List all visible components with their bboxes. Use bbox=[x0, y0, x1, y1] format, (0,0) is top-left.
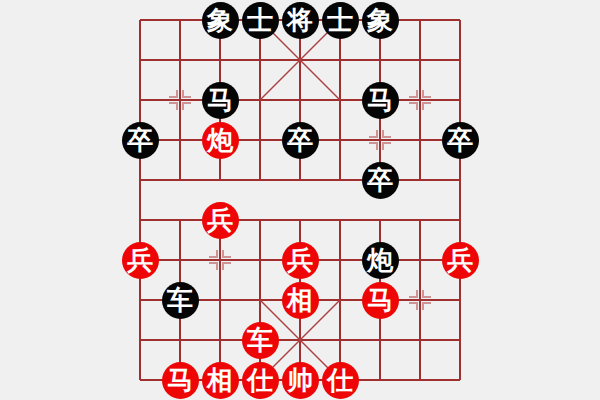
piece-black-advisor[interactable]: 士 bbox=[242, 2, 279, 39]
piece-black-horse[interactable]: 马 bbox=[202, 82, 239, 119]
piece-red-horse[interactable]: 马 bbox=[362, 282, 399, 319]
piece-black-soldier[interactable]: 卒 bbox=[282, 122, 319, 159]
piece-black-advisor[interactable]: 士 bbox=[322, 2, 359, 39]
piece-black-soldier[interactable]: 卒 bbox=[362, 162, 399, 199]
piece-red-elephant[interactable]: 相 bbox=[282, 282, 319, 319]
piece-red-cannon[interactable]: 炮 bbox=[202, 122, 239, 159]
xiangqi-board[interactable]: 象士将士象马马卒炮卒卒卒兵兵兵炮兵车相马车马相仕帅仕 bbox=[0, 0, 600, 400]
piece-red-soldier[interactable]: 兵 bbox=[442, 242, 479, 279]
piece-red-soldier[interactable]: 兵 bbox=[282, 242, 319, 279]
piece-red-chariot[interactable]: 车 bbox=[242, 322, 279, 359]
piece-black-elephant[interactable]: 象 bbox=[202, 2, 239, 39]
piece-red-soldier[interactable]: 兵 bbox=[122, 242, 159, 279]
piece-red-advisor[interactable]: 仕 bbox=[242, 362, 279, 399]
piece-red-advisor[interactable]: 仕 bbox=[322, 362, 359, 399]
points-grid: 象士将士象马马卒炮卒卒卒兵兵兵炮兵车相马车马相仕帅仕 bbox=[120, 0, 480, 400]
piece-red-elephant[interactable]: 相 bbox=[202, 362, 239, 399]
piece-black-elephant[interactable]: 象 bbox=[362, 2, 399, 39]
piece-red-horse[interactable]: 马 bbox=[162, 362, 199, 399]
piece-red-soldier[interactable]: 兵 bbox=[202, 202, 239, 239]
piece-black-horse[interactable]: 马 bbox=[362, 82, 399, 119]
piece-black-soldier[interactable]: 卒 bbox=[122, 122, 159, 159]
piece-black-general[interactable]: 将 bbox=[282, 2, 319, 39]
piece-red-general[interactable]: 帅 bbox=[282, 362, 319, 399]
piece-black-soldier[interactable]: 卒 bbox=[442, 122, 479, 159]
screen: 象士将士象马马卒炮卒卒卒兵兵兵炮兵车相马车马相仕帅仕 bbox=[0, 0, 600, 400]
piece-black-chariot[interactable]: 车 bbox=[162, 282, 199, 319]
piece-black-cannon[interactable]: 炮 bbox=[362, 242, 399, 279]
